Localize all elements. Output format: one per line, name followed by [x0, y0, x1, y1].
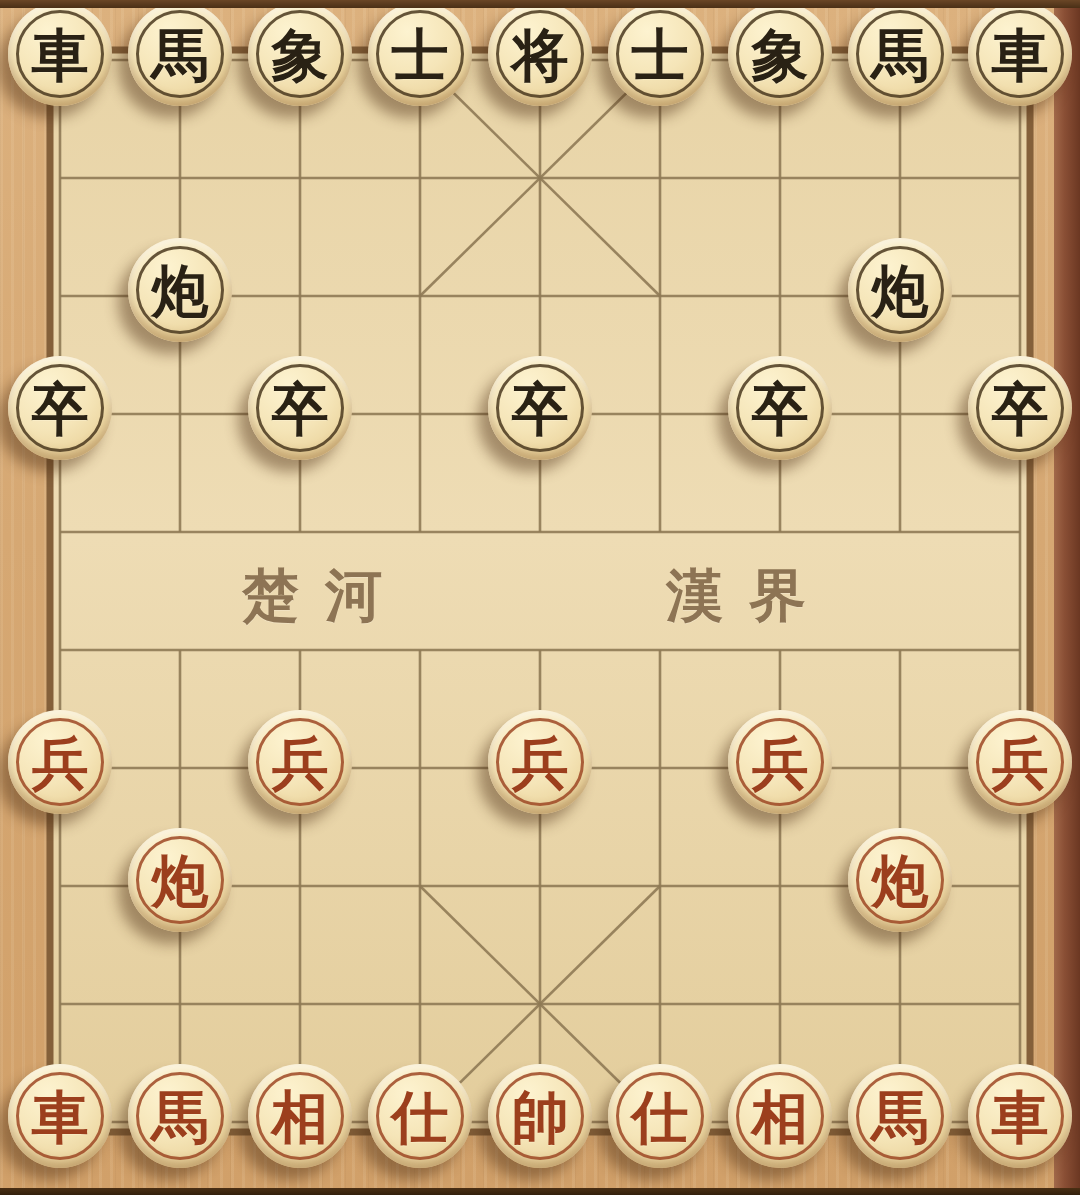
piece-black-elephant[interactable]: 象 [728, 2, 832, 106]
piece-black-elephant[interactable]: 象 [248, 2, 352, 106]
piece-glyph: 士 [608, 2, 712, 106]
piece-red-elephant[interactable]: 相 [728, 1064, 832, 1168]
board-point-r1c1[interactable] [120, 119, 240, 237]
board-point-r0c2[interactable]: 象 [240, 1, 360, 119]
board-point-r7c6[interactable] [720, 827, 840, 945]
board-point-r2c0[interactable] [0, 237, 120, 355]
pieces-layer: 車馬象士将士象馬車炮炮卒卒卒卒卒兵兵兵兵兵炮炮車馬相仕帥仕相馬車 [0, 1, 1080, 1181]
board-point-r5c8[interactable] [960, 591, 1080, 709]
board-point-r4c5[interactable] [600, 473, 720, 591]
board-point-r9c7[interactable]: 馬 [840, 1063, 960, 1181]
board-point-r6c0[interactable]: 兵 [0, 709, 120, 827]
piece-red-soldier[interactable]: 兵 [248, 710, 352, 814]
piece-black-chariot[interactable]: 車 [8, 2, 112, 106]
piece-glyph: 兵 [728, 710, 832, 814]
board-point-r6c8[interactable]: 兵 [960, 709, 1080, 827]
board-point-r4c8[interactable] [960, 473, 1080, 591]
board-point-r6c4[interactable]: 兵 [480, 709, 600, 827]
piece-red-soldier[interactable]: 兵 [968, 710, 1072, 814]
board-point-r8c0[interactable] [0, 945, 120, 1063]
piece-black-advisor[interactable]: 士 [368, 2, 472, 106]
piece-glyph: 仕 [368, 1064, 472, 1168]
board-point-r5c3[interactable] [360, 591, 480, 709]
board-point-r0c3[interactable]: 士 [360, 1, 480, 119]
piece-black-chariot[interactable]: 車 [968, 2, 1072, 106]
board-point-r7c4[interactable] [480, 827, 600, 945]
piece-black-cannon[interactable]: 炮 [128, 238, 232, 342]
board-point-r8c3[interactable] [360, 945, 480, 1063]
piece-black-soldier[interactable]: 卒 [8, 356, 112, 460]
board-point-r4c0[interactable] [0, 473, 120, 591]
board-point-r8c2[interactable] [240, 945, 360, 1063]
piece-glyph: 炮 [848, 238, 952, 342]
piece-glyph: 車 [8, 2, 112, 106]
xiangqi-board: 楚河 漢界 車馬象士将士象馬車炮炮卒卒卒卒卒兵兵兵兵兵炮炮車馬相仕帥仕相馬車 [0, 0, 1080, 1195]
piece-glyph: 相 [248, 1064, 352, 1168]
piece-glyph: 卒 [728, 356, 832, 460]
piece-glyph: 炮 [128, 828, 232, 932]
piece-glyph: 馬 [848, 1064, 952, 1168]
piece-black-horse[interactable]: 馬 [128, 2, 232, 106]
board-point-r8c1[interactable] [120, 945, 240, 1063]
piece-red-soldier[interactable]: 兵 [488, 710, 592, 814]
board-point-r1c5[interactable] [600, 119, 720, 237]
board-bottom-edge [0, 1188, 1080, 1195]
board-point-r2c2[interactable] [240, 237, 360, 355]
board-point-r9c3[interactable]: 仕 [360, 1063, 480, 1181]
board-point-r3c6[interactable]: 卒 [720, 355, 840, 473]
piece-glyph: 帥 [488, 1064, 592, 1168]
board-point-r4c4[interactable] [480, 473, 600, 591]
piece-glyph: 卒 [488, 356, 592, 460]
piece-glyph: 卒 [248, 356, 352, 460]
piece-red-cannon[interactable]: 炮 [848, 828, 952, 932]
board-point-r2c5[interactable] [600, 237, 720, 355]
board-point-r6c6[interactable]: 兵 [720, 709, 840, 827]
board-point-r6c2[interactable]: 兵 [240, 709, 360, 827]
board-point-r3c2[interactable]: 卒 [240, 355, 360, 473]
piece-glyph: 卒 [8, 356, 112, 460]
board-top-edge [0, 0, 1080, 8]
piece-glyph: 象 [728, 2, 832, 106]
piece-black-soldier[interactable]: 卒 [728, 356, 832, 460]
piece-glyph: 炮 [128, 238, 232, 342]
piece-black-soldier[interactable]: 卒 [488, 356, 592, 460]
board-point-r1c8[interactable] [960, 119, 1080, 237]
board-point-r3c4[interactable]: 卒 [480, 355, 600, 473]
board-point-r6c3[interactable] [360, 709, 480, 827]
board-point-r9c2[interactable]: 相 [240, 1063, 360, 1181]
piece-black-general[interactable]: 将 [488, 2, 592, 106]
board-point-r0c8[interactable]: 車 [960, 1, 1080, 119]
board-point-r3c5[interactable] [600, 355, 720, 473]
piece-black-soldier[interactable]: 卒 [248, 356, 352, 460]
board-point-r0c6[interactable]: 象 [720, 1, 840, 119]
board-point-r7c3[interactable] [360, 827, 480, 945]
piece-glyph: 卒 [968, 356, 1072, 460]
board-point-r3c7[interactable] [840, 355, 960, 473]
piece-glyph: 車 [968, 1064, 1072, 1168]
piece-glyph: 馬 [128, 2, 232, 106]
piece-red-chariot[interactable]: 車 [8, 1064, 112, 1168]
piece-glyph: 炮 [848, 828, 952, 932]
board-point-r4c7[interactable] [840, 473, 960, 591]
board-point-r1c7[interactable] [840, 119, 960, 237]
board-point-r8c6[interactable] [720, 945, 840, 1063]
board-point-r7c0[interactable] [0, 827, 120, 945]
board-point-r8c4[interactable] [480, 945, 600, 1063]
piece-glyph: 馬 [128, 1064, 232, 1168]
piece-glyph: 将 [488, 2, 592, 106]
board-point-r0c0[interactable]: 車 [0, 1, 120, 119]
piece-glyph: 士 [368, 2, 472, 106]
board-point-r3c8[interactable]: 卒 [960, 355, 1080, 473]
board-point-r5c1[interactable] [120, 591, 240, 709]
board-point-r5c7[interactable] [840, 591, 960, 709]
piece-glyph: 車 [968, 2, 1072, 106]
piece-red-elephant[interactable]: 相 [248, 1064, 352, 1168]
piece-red-advisor[interactable]: 仕 [608, 1064, 712, 1168]
board-point-r2c1[interactable]: 炮 [120, 237, 240, 355]
board-point-r9c4[interactable]: 帥 [480, 1063, 600, 1181]
board-point-r9c5[interactable]: 仕 [600, 1063, 720, 1181]
piece-red-cannon[interactable]: 炮 [128, 828, 232, 932]
piece-glyph: 仕 [608, 1064, 712, 1168]
piece-black-soldier[interactable]: 卒 [968, 356, 1072, 460]
board-point-r3c0[interactable]: 卒 [0, 355, 120, 473]
board-point-r3c3[interactable] [360, 355, 480, 473]
piece-glyph: 馬 [848, 2, 952, 106]
board-point-r9c8[interactable]: 車 [960, 1063, 1080, 1181]
board-point-r4c2[interactable] [240, 473, 360, 591]
piece-glyph: 兵 [8, 710, 112, 814]
board-point-r7c2[interactable] [240, 827, 360, 945]
board-point-r5c6[interactable] [720, 591, 840, 709]
piece-glyph: 象 [248, 2, 352, 106]
board-point-r6c5[interactable] [600, 709, 720, 827]
board-point-r1c0[interactable] [0, 119, 120, 237]
piece-red-advisor[interactable]: 仕 [368, 1064, 472, 1168]
piece-glyph: 兵 [248, 710, 352, 814]
board-point-r2c4[interactable] [480, 237, 600, 355]
piece-red-soldier[interactable]: 兵 [8, 710, 112, 814]
piece-glyph: 兵 [488, 710, 592, 814]
piece-glyph: 相 [728, 1064, 832, 1168]
board-point-r4c3[interactable] [360, 473, 480, 591]
board-point-r7c1[interactable]: 炮 [120, 827, 240, 945]
board-point-r0c7[interactable]: 馬 [840, 1, 960, 119]
board-point-r0c4[interactable]: 将 [480, 1, 600, 119]
board-point-r4c1[interactable] [120, 473, 240, 591]
board-point-r0c1[interactable]: 馬 [120, 1, 240, 119]
board-point-r5c2[interactable] [240, 591, 360, 709]
piece-black-horse[interactable]: 馬 [848, 2, 952, 106]
board-point-r8c5[interactable] [600, 945, 720, 1063]
board-point-r2c6[interactable] [720, 237, 840, 355]
board-point-r5c4[interactable] [480, 591, 600, 709]
board-point-r1c2[interactable] [240, 119, 360, 237]
board-point-r5c5[interactable] [600, 591, 720, 709]
piece-red-general[interactable]: 帥 [488, 1064, 592, 1168]
piece-red-soldier[interactable]: 兵 [728, 710, 832, 814]
board-point-r0c5[interactable]: 士 [600, 1, 720, 119]
board-point-r9c1[interactable]: 馬 [120, 1063, 240, 1181]
board-point-r4c6[interactable] [720, 473, 840, 591]
piece-glyph: 兵 [968, 710, 1072, 814]
board-point-r1c6[interactable] [720, 119, 840, 237]
board-point-r1c3[interactable] [360, 119, 480, 237]
board-point-r7c8[interactable] [960, 827, 1080, 945]
board-point-r5c0[interactable] [0, 591, 120, 709]
board-point-r2c3[interactable] [360, 237, 480, 355]
board-point-r1c4[interactable] [480, 119, 600, 237]
board-point-r8c8[interactable] [960, 945, 1080, 1063]
board-point-r3c1[interactable] [120, 355, 240, 473]
piece-glyph: 車 [8, 1064, 112, 1168]
board-point-r2c8[interactable] [960, 237, 1080, 355]
board-point-r7c7[interactable]: 炮 [840, 827, 960, 945]
board-point-r6c7[interactable] [840, 709, 960, 827]
piece-black-advisor[interactable]: 士 [608, 2, 712, 106]
board-point-r2c7[interactable]: 炮 [840, 237, 960, 355]
board-point-r7c5[interactable] [600, 827, 720, 945]
board-point-r9c6[interactable]: 相 [720, 1063, 840, 1181]
piece-black-cannon[interactable]: 炮 [848, 238, 952, 342]
piece-red-horse[interactable]: 馬 [128, 1064, 232, 1168]
board-point-r9c0[interactable]: 車 [0, 1063, 120, 1181]
piece-red-chariot[interactable]: 車 [968, 1064, 1072, 1168]
board-point-r6c1[interactable] [120, 709, 240, 827]
piece-red-horse[interactable]: 馬 [848, 1064, 952, 1168]
board-point-r8c7[interactable] [840, 945, 960, 1063]
